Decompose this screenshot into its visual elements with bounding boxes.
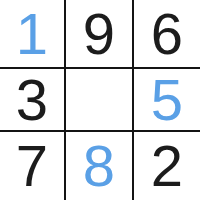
sudoku-cell-r2c2[interactable]	[66, 69, 134, 132]
sudoku-board: 1 9 6 3 5 7 8 2	[0, 0, 200, 200]
sudoku-cell-r3c1[interactable]: 7	[0, 132, 66, 200]
sudoku-cell-r3c2[interactable]: 8	[66, 132, 134, 200]
sudoku-cell-r2c1[interactable]: 3	[0, 69, 66, 132]
sudoku-cell-r3c3[interactable]: 2	[134, 132, 200, 200]
sudoku-cell-r1c2[interactable]: 9	[66, 0, 134, 69]
sudoku-cell-r1c1[interactable]: 1	[0, 0, 66, 69]
sudoku-cell-r2c3[interactable]: 5	[134, 69, 200, 132]
sudoku-cell-r1c3[interactable]: 6	[134, 0, 200, 69]
